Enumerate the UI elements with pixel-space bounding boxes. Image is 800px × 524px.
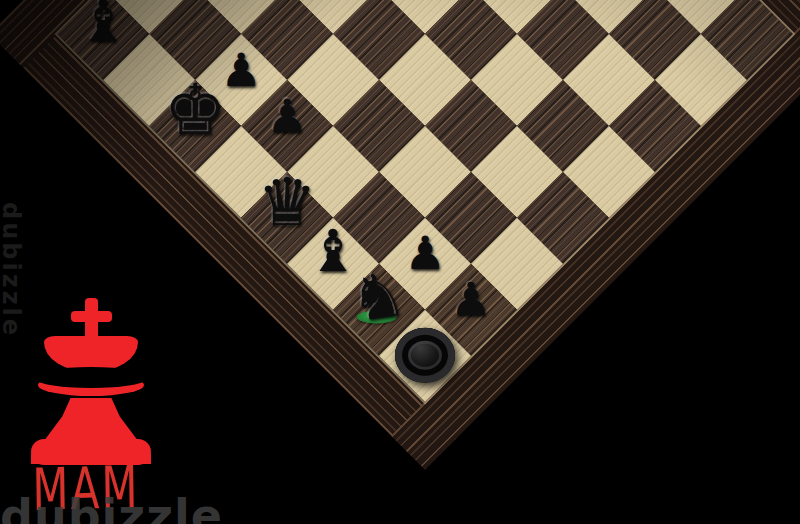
watermark-side: dubizzle [0,202,25,338]
pawn-glyph: ♟ [404,230,445,276]
brand-logo [26,298,156,470]
king-glyph: ♚ [164,74,227,144]
photo-stage: ♟♟♟♟♟♝♚♛♝♞ MAM dubizzle dubizzle [0,0,800,524]
watermark-bottom: dubizzle [0,489,223,524]
logo-collar-mask [33,367,149,388]
rook-top-view [395,327,455,382]
bishop-glyph: ♝ [77,0,129,49]
pawn-glyph: ♟ [221,46,262,92]
logo-cross-icon-bar [71,311,112,322]
knight-glyph: ♞ [346,261,411,331]
pawn-glyph: ♟ [450,276,491,322]
pawn-glyph: ♟ [266,92,307,138]
